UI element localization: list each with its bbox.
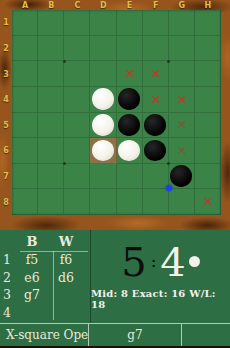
white-disc (92, 88, 114, 110)
square-f1[interactable] (143, 10, 169, 36)
move-row: 4 (0, 304, 90, 322)
black-score: 5 (121, 242, 146, 282)
square-a6[interactable] (12, 138, 38, 164)
move-list-header: B W (0, 232, 90, 251)
file-label-h: H (195, 0, 221, 10)
white-to-move-dot-icon (189, 256, 200, 267)
square-h6[interactable] (195, 138, 221, 164)
board-grid (12, 10, 221, 215)
opening-name: X-square Ope... (0, 324, 89, 346)
square-a2[interactable] (12, 36, 38, 62)
square-e4[interactable] (117, 87, 143, 113)
square-b5[interactable] (38, 113, 64, 139)
square-a5[interactable] (12, 113, 38, 139)
square-h8[interactable] (195, 189, 221, 215)
rank-label-3: 3 (0, 61, 12, 87)
rank-label-6: 6 (0, 138, 12, 164)
info-panel: B W 1 f5 f6 2 e6 d6 3 g7 4 (0, 230, 230, 323)
square-g7[interactable] (169, 164, 195, 190)
header-rule (20, 251, 88, 252)
rank-label-8: 8 (0, 189, 12, 215)
square-b7[interactable] (38, 164, 64, 190)
square-a8[interactable] (12, 189, 38, 215)
square-a7[interactable] (12, 164, 38, 190)
move-number: 3 (0, 287, 15, 302)
score-line: 5 : 4 (121, 242, 200, 282)
black-disc (144, 114, 166, 136)
star-point (63, 60, 66, 63)
square-g8[interactable] (169, 189, 195, 215)
square-h5[interactable] (195, 113, 221, 139)
square-f7[interactable] (143, 164, 169, 190)
square-a1[interactable] (12, 10, 38, 36)
white-score: 4 (160, 242, 185, 282)
black-move: e6 (15, 270, 49, 285)
square-c1[interactable] (64, 10, 90, 36)
file-label-a: A (12, 0, 38, 10)
square-b8[interactable] (38, 189, 64, 215)
white-disc (92, 114, 114, 136)
square-h2[interactable] (195, 36, 221, 62)
othello-app: ABCDEFGH 12345678 B W 1 f5 f6 2 e6 d6 (0, 0, 230, 348)
rank-label-1: 1 (0, 10, 12, 36)
star-point (167, 60, 170, 63)
current-move-label: g7 (89, 324, 182, 346)
square-f3[interactable] (143, 61, 169, 87)
star-point (63, 162, 66, 165)
status-bar: X-square Ope... g7 (0, 323, 230, 346)
black-disc (170, 165, 192, 187)
square-e6[interactable] (117, 138, 143, 164)
rank-label-2: 2 (0, 36, 12, 62)
square-h7[interactable] (195, 164, 221, 190)
status-bar-spacer (182, 324, 230, 346)
square-d8[interactable] (90, 189, 116, 215)
white-column-header: W (49, 234, 83, 249)
file-label-g: G (169, 0, 195, 10)
square-e3[interactable] (117, 61, 143, 87)
square-c5[interactable] (64, 113, 90, 139)
file-labels: ABCDEFGH (12, 0, 221, 10)
rank-label-7: 7 (0, 164, 12, 190)
column-rule (53, 251, 54, 320)
square-b2[interactable] (38, 36, 64, 62)
file-label-f: F (143, 0, 169, 10)
square-d3[interactable] (90, 61, 116, 87)
black-disc (118, 88, 140, 110)
move-row: 2 e6 d6 (0, 269, 90, 287)
square-h3[interactable] (195, 61, 221, 87)
square-a4[interactable] (12, 87, 38, 113)
square-c6[interactable] (64, 138, 90, 164)
square-d2[interactable] (90, 36, 116, 62)
file-label-c: C (64, 0, 90, 10)
score-box: 5 : 4 Mid: 8 Exact: 16 W/L: 18 (91, 230, 230, 323)
square-c2[interactable] (64, 36, 90, 62)
board-frame: ABCDEFGH 12345678 (0, 0, 230, 230)
square-e2[interactable] (117, 36, 143, 62)
score-separator: : (151, 253, 157, 270)
square-c4[interactable] (64, 87, 90, 113)
square-f2[interactable] (143, 36, 169, 62)
square-h1[interactable] (195, 10, 221, 36)
square-e5[interactable] (117, 113, 143, 139)
square-g6[interactable] (169, 138, 195, 164)
rank-labels: 12345678 (0, 10, 12, 215)
square-e8[interactable] (117, 189, 143, 215)
square-d1[interactable] (90, 10, 116, 36)
white-move: f6 (49, 252, 83, 267)
square-h4[interactable] (195, 87, 221, 113)
move-row: 1 f5 f6 (0, 251, 90, 269)
square-c8[interactable] (64, 189, 90, 215)
square-g5[interactable] (169, 113, 195, 139)
black-column-header: B (15, 234, 49, 249)
square-b4[interactable] (38, 87, 64, 113)
square-c7[interactable] (64, 164, 90, 190)
white-disc (118, 140, 140, 162)
move-number: 4 (0, 305, 15, 320)
square-b3[interactable] (38, 61, 64, 87)
square-d4[interactable] (90, 87, 116, 113)
black-disc (118, 114, 140, 136)
rank-label-5: 5 (0, 113, 12, 139)
square-d7[interactable] (90, 164, 116, 190)
move-number: 1 (0, 252, 15, 267)
move-list: B W 1 f5 f6 2 e6 d6 3 g7 4 (0, 230, 90, 323)
square-d5[interactable] (90, 113, 116, 139)
black-move: g7 (15, 287, 49, 302)
square-a3[interactable] (12, 61, 38, 87)
square-g1[interactable] (169, 10, 195, 36)
black-disc (144, 140, 166, 162)
square-f8[interactable] (143, 189, 169, 215)
square-f5[interactable] (143, 113, 169, 139)
square-g3[interactable] (169, 61, 195, 87)
square-d6[interactable] (90, 138, 116, 164)
white-move: d6 (49, 270, 83, 285)
engine-settings-text: Mid: 8 Exact: 16 W/L: 18 (91, 288, 230, 310)
square-g4[interactable] (169, 87, 195, 113)
square-e1[interactable] (117, 10, 143, 36)
file-label-b: B (38, 0, 64, 10)
black-move: f5 (15, 252, 49, 267)
rank-label-4: 4 (0, 87, 12, 113)
file-label-e: E (117, 0, 143, 10)
square-f6[interactable] (143, 138, 169, 164)
square-b1[interactable] (38, 10, 64, 36)
square-g2[interactable] (169, 36, 195, 62)
square-b6[interactable] (38, 138, 64, 164)
star-point (167, 162, 170, 165)
square-f4[interactable] (143, 87, 169, 113)
move-number: 2 (0, 270, 15, 285)
square-e7[interactable] (117, 164, 143, 190)
file-label-d: D (90, 0, 116, 10)
white-disc (92, 140, 114, 162)
move-row: 3 g7 (0, 286, 90, 304)
square-c3[interactable] (64, 61, 90, 87)
